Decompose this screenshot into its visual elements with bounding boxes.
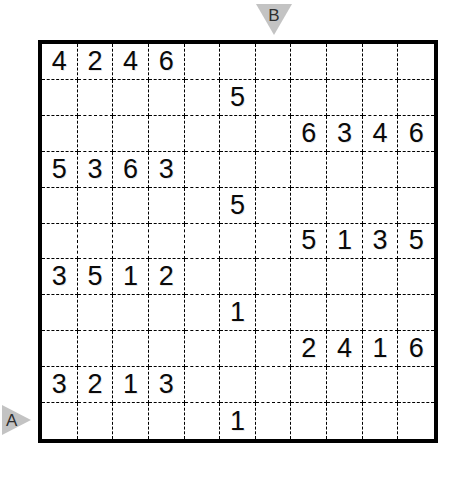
cell-r11c4[interactable]	[149, 403, 185, 439]
cell-r4c6[interactable]	[220, 152, 256, 188]
cell-r6c2[interactable]	[78, 224, 114, 260]
clue-number: 2	[87, 48, 102, 75]
cell-r6c9[interactable]: 1	[327, 224, 363, 260]
cell-r9c3[interactable]	[113, 331, 149, 367]
cell-r7c7[interactable]	[256, 259, 292, 295]
cell-r2c6[interactable]: 5	[220, 80, 256, 116]
cell-r3c5[interactable]	[185, 116, 221, 152]
cell-r5c5[interactable]	[185, 188, 221, 224]
clue-number: 6	[301, 120, 316, 147]
cell-r8c7[interactable]	[256, 295, 292, 331]
cell-r7c8[interactable]	[291, 259, 327, 295]
marker-b-label: B	[268, 7, 279, 24]
cell-r4c4[interactable]: 3	[149, 152, 185, 188]
cell-r10c11[interactable]	[398, 367, 434, 403]
cell-r10c9[interactable]	[327, 367, 363, 403]
clue-number: 5	[301, 227, 316, 254]
cell-r6c1[interactable]	[42, 224, 78, 260]
clue-number: 5	[230, 192, 245, 219]
clue-number: 3	[337, 120, 352, 147]
cell-r8c8[interactable]	[291, 295, 327, 331]
cell-r3c2[interactable]	[78, 116, 114, 152]
cell-r3c8[interactable]: 6	[291, 116, 327, 152]
cell-r9c1[interactable]	[42, 331, 78, 367]
cell-r4c9[interactable]	[327, 152, 363, 188]
cell-r6c5[interactable]	[185, 224, 221, 260]
cell-r3c4[interactable]	[149, 116, 185, 152]
cell-r5c11[interactable]	[398, 188, 434, 224]
cell-r9c5[interactable]	[185, 331, 221, 367]
clue-number: 6	[409, 120, 424, 147]
cell-r5c4[interactable]	[149, 188, 185, 224]
clue-number: 1	[123, 263, 138, 290]
cell-r1c7[interactable]	[256, 44, 292, 80]
cell-r10c4[interactable]: 3	[149, 367, 185, 403]
cell-r10c10[interactable]	[363, 367, 399, 403]
cell-r9c2[interactable]	[78, 331, 114, 367]
cell-r8c2[interactable]	[78, 295, 114, 331]
cell-r2c3[interactable]	[113, 80, 149, 116]
cell-r4c2[interactable]: 3	[78, 152, 114, 188]
cell-r2c10[interactable]	[363, 80, 399, 116]
cell-r8c3[interactable]	[113, 295, 149, 331]
cell-r11c7[interactable]	[256, 403, 292, 439]
cell-r1c11[interactable]	[398, 44, 434, 80]
cell-r5c1[interactable]	[42, 188, 78, 224]
cell-r4c10[interactable]	[363, 152, 399, 188]
cell-r6c4[interactable]	[149, 224, 185, 260]
cell-r1c8[interactable]	[291, 44, 327, 80]
clue-number: 2	[301, 335, 316, 362]
cell-r8c9[interactable]	[327, 295, 363, 331]
cell-r10c8[interactable]	[291, 367, 327, 403]
clue-number: 5	[409, 227, 424, 254]
cell-r8c10[interactable]	[363, 295, 399, 331]
cell-r10c1[interactable]: 3	[42, 367, 78, 403]
cell-r3c6[interactable]	[220, 116, 256, 152]
answer-marker-a: A	[2, 405, 31, 435]
cell-r2c11[interactable]	[398, 80, 434, 116]
answer-marker-b: B	[256, 4, 292, 35]
cell-r1c9[interactable]	[327, 44, 363, 80]
clue-number: 1	[123, 371, 138, 398]
cell-r3c3[interactable]	[113, 116, 149, 152]
clue-number: 1	[373, 335, 388, 362]
cell-r8c5[interactable]	[185, 295, 221, 331]
cell-r3c10[interactable]: 4	[363, 116, 399, 152]
cell-r1c4[interactable]: 6	[149, 44, 185, 80]
marker-a-label: A	[6, 412, 17, 429]
cell-r1c5[interactable]	[185, 44, 221, 80]
cell-r6c3[interactable]	[113, 224, 149, 260]
cell-r3c9[interactable]: 3	[327, 116, 363, 152]
clue-number: 6	[409, 335, 424, 362]
cell-r11c5[interactable]	[185, 403, 221, 439]
cell-r7c4[interactable]: 2	[149, 259, 185, 295]
clue-number: 5	[87, 263, 102, 290]
cell-r5c6[interactable]: 5	[220, 188, 256, 224]
clue-number: 4	[123, 48, 138, 75]
cell-r11c6[interactable]: 1	[220, 403, 256, 439]
cell-r2c2[interactable]	[78, 80, 114, 116]
cell-r10c3[interactable]: 1	[113, 367, 149, 403]
cell-r7c6[interactable]	[220, 259, 256, 295]
cell-r11c1[interactable]	[42, 403, 78, 439]
clue-number: 3	[52, 371, 67, 398]
cell-r5c2[interactable]	[78, 188, 114, 224]
cell-r11c8[interactable]	[291, 403, 327, 439]
cell-r5c3[interactable]	[113, 188, 149, 224]
cell-r9c11[interactable]: 6	[398, 331, 434, 367]
cell-r7c5[interactable]	[185, 259, 221, 295]
cell-r8c4[interactable]	[149, 295, 185, 331]
clue-number: 5	[230, 84, 245, 111]
cell-r7c11[interactable]	[398, 259, 434, 295]
cell-r4c5[interactable]	[185, 152, 221, 188]
cell-r10c7[interactable]	[256, 367, 292, 403]
cell-r7c1[interactable]: 3	[42, 259, 78, 295]
cell-r2c8[interactable]	[291, 80, 327, 116]
cell-r6c10[interactable]: 3	[363, 224, 399, 260]
clue-number: 4	[337, 335, 352, 362]
cell-r3c11[interactable]: 6	[398, 116, 434, 152]
puzzle-grid: 42465634653635513535121241632131	[42, 44, 434, 439]
cell-r4c7[interactable]	[256, 152, 292, 188]
cell-r2c1[interactable]	[42, 80, 78, 116]
cell-r9c7[interactable]	[256, 331, 292, 367]
clue-number: 3	[52, 263, 67, 290]
puzzle-board: 42465634653635513535121241632131	[38, 40, 438, 443]
clue-number: 6	[123, 156, 138, 183]
cell-r9c9[interactable]: 4	[327, 331, 363, 367]
cell-r5c10[interactable]	[363, 188, 399, 224]
cell-r5c8[interactable]	[291, 188, 327, 224]
cell-r9c8[interactable]: 2	[291, 331, 327, 367]
cell-r6c11[interactable]: 5	[398, 224, 434, 260]
cell-r7c2[interactable]: 5	[78, 259, 114, 295]
cell-r6c7[interactable]	[256, 224, 292, 260]
cell-r9c6[interactable]	[220, 331, 256, 367]
cell-r4c1[interactable]: 5	[42, 152, 78, 188]
clue-number: 6	[159, 48, 174, 75]
cell-r6c6[interactable]	[220, 224, 256, 260]
cell-r8c6[interactable]: 1	[220, 295, 256, 331]
clue-number: 4	[52, 48, 67, 75]
clue-number: 4	[373, 120, 388, 147]
cell-r6c8[interactable]: 5	[291, 224, 327, 260]
cell-r5c7[interactable]	[256, 188, 292, 224]
cell-r1c6[interactable]	[220, 44, 256, 80]
cell-r8c1[interactable]	[42, 295, 78, 331]
cell-r1c2[interactable]: 2	[78, 44, 114, 80]
cell-r4c3[interactable]: 6	[113, 152, 149, 188]
cell-r2c7[interactable]	[256, 80, 292, 116]
cell-r10c5[interactable]	[185, 367, 221, 403]
clue-number: 1	[337, 227, 352, 254]
clue-number: 3	[159, 371, 174, 398]
cell-r7c10[interactable]	[363, 259, 399, 295]
cell-r11c10[interactable]	[363, 403, 399, 439]
cell-r4c8[interactable]	[291, 152, 327, 188]
clue-number: 3	[87, 156, 102, 183]
cell-r11c3[interactable]	[113, 403, 149, 439]
clue-number: 5	[52, 156, 67, 183]
cell-r4c11[interactable]	[398, 152, 434, 188]
cell-r9c10[interactable]: 1	[363, 331, 399, 367]
cell-r10c6[interactable]	[220, 367, 256, 403]
cell-r3c7[interactable]	[256, 116, 292, 152]
cell-r10c2[interactable]: 2	[78, 367, 114, 403]
cell-r5c9[interactable]	[327, 188, 363, 224]
cell-r11c2[interactable]	[78, 403, 114, 439]
clue-number: 3	[159, 156, 174, 183]
cell-r1c3[interactable]: 4	[113, 44, 149, 80]
cell-r1c10[interactable]	[363, 44, 399, 80]
cell-r2c9[interactable]	[327, 80, 363, 116]
cell-r3c1[interactable]	[42, 116, 78, 152]
clue-number: 2	[87, 371, 102, 398]
cell-r11c9[interactable]	[327, 403, 363, 439]
puzzle-page: B A 42465634653635513535121241632131	[0, 0, 472, 487]
clue-number: 3	[373, 227, 388, 254]
clue-number: 1	[230, 408, 245, 435]
cell-r9c4[interactable]	[149, 331, 185, 367]
cell-r11c11[interactable]	[398, 403, 434, 439]
cell-r8c11[interactable]	[398, 295, 434, 331]
cell-r7c3[interactable]: 1	[113, 259, 149, 295]
cell-r1c1[interactable]: 4	[42, 44, 78, 80]
clue-number: 2	[159, 263, 174, 290]
cell-r7c9[interactable]	[327, 259, 363, 295]
cell-r2c5[interactable]	[185, 80, 221, 116]
cell-r2c4[interactable]	[149, 80, 185, 116]
clue-number: 1	[230, 299, 245, 326]
